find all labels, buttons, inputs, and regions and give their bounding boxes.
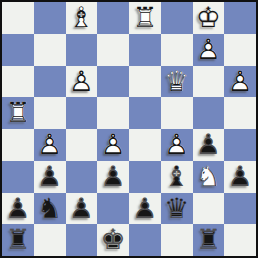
- square-g1[interactable]: ♜♖: [193, 224, 225, 256]
- white-pawn[interactable]: ♟♙: [161, 129, 193, 161]
- white-pawn-outline: ♙: [66, 66, 98, 98]
- black-pawn-outline: ♙: [66, 193, 98, 225]
- square-e3[interactable]: [129, 161, 161, 193]
- black-pawn-outline: ♙: [129, 193, 161, 225]
- square-c8[interactable]: ♝♗: [66, 2, 98, 34]
- black-king[interactable]: ♚♔: [97, 224, 129, 256]
- square-a8[interactable]: [2, 2, 34, 34]
- white-bishop-outline: ♗: [66, 2, 98, 34]
- square-f8[interactable]: [161, 2, 193, 34]
- square-b1[interactable]: [34, 224, 66, 256]
- square-h1[interactable]: [224, 224, 256, 256]
- square-c7[interactable]: [66, 34, 98, 66]
- square-f4[interactable]: ♟♙: [161, 129, 193, 161]
- square-h8[interactable]: [224, 2, 256, 34]
- white-knight[interactable]: ♞♘: [193, 161, 225, 193]
- square-a2[interactable]: ♟♙: [2, 193, 34, 225]
- white-pawn-outline: ♙: [34, 129, 66, 161]
- square-g7[interactable]: ♟♙: [193, 34, 225, 66]
- square-h6[interactable]: ♟♙: [224, 66, 256, 98]
- black-pawn[interactable]: ♟♙: [66, 193, 98, 225]
- square-a3[interactable]: [2, 161, 34, 193]
- square-b3[interactable]: ♟♙: [34, 161, 66, 193]
- black-bishop-outline: ♗: [161, 161, 193, 193]
- square-a7[interactable]: [2, 34, 34, 66]
- square-b8[interactable]: [34, 2, 66, 34]
- square-e7[interactable]: [129, 34, 161, 66]
- black-pawn-outline: ♙: [224, 161, 256, 193]
- white-pawn[interactable]: ♟♙: [66, 66, 98, 98]
- square-e4[interactable]: [129, 129, 161, 161]
- square-f5[interactable]: [161, 97, 193, 129]
- black-pawn[interactable]: ♟♙: [224, 161, 256, 193]
- black-pawn-outline: ♙: [34, 161, 66, 193]
- white-pawn-outline: ♙: [193, 34, 225, 66]
- square-h4[interactable]: [224, 129, 256, 161]
- square-c3[interactable]: [66, 161, 98, 193]
- square-f3[interactable]: ♝♗: [161, 161, 193, 193]
- square-g6[interactable]: [193, 66, 225, 98]
- square-h7[interactable]: [224, 34, 256, 66]
- white-king-outline: ♔: [193, 2, 225, 34]
- black-bishop[interactable]: ♝♗: [161, 161, 193, 193]
- square-b2[interactable]: ♞♘: [34, 193, 66, 225]
- square-a1[interactable]: ♜♖: [2, 224, 34, 256]
- square-c2[interactable]: ♟♙: [66, 193, 98, 225]
- square-e6[interactable]: [129, 66, 161, 98]
- square-b5[interactable]: [34, 97, 66, 129]
- square-h5[interactable]: [224, 97, 256, 129]
- white-rook[interactable]: ♜♖: [129, 2, 161, 34]
- square-d5[interactable]: [97, 97, 129, 129]
- square-d2[interactable]: [97, 193, 129, 225]
- black-rook-outline: ♖: [2, 224, 34, 256]
- square-c1[interactable]: [66, 224, 98, 256]
- white-rook-outline: ♖: [2, 97, 34, 129]
- white-pawn[interactable]: ♟♙: [34, 129, 66, 161]
- white-pawn-outline: ♙: [224, 66, 256, 98]
- white-knight-outline: ♘: [193, 161, 225, 193]
- black-rook-outline: ♖: [193, 224, 225, 256]
- black-pawn[interactable]: ♟♙: [34, 161, 66, 193]
- black-knight[interactable]: ♞♘: [34, 193, 66, 225]
- white-rook-outline: ♖: [129, 2, 161, 34]
- black-pawn-outline: ♙: [193, 129, 225, 161]
- square-e2[interactable]: ♟♙: [129, 193, 161, 225]
- square-d7[interactable]: [97, 34, 129, 66]
- square-g8[interactable]: ♚♔: [193, 2, 225, 34]
- white-pawn-outline: ♙: [97, 129, 129, 161]
- square-d6[interactable]: [97, 66, 129, 98]
- square-g4[interactable]: ♟♙: [193, 129, 225, 161]
- square-h2[interactable]: [224, 193, 256, 225]
- black-queen-outline: ♕: [161, 193, 193, 225]
- white-queen-outline: ♕: [161, 66, 193, 98]
- black-pawn[interactable]: ♟♙: [193, 129, 225, 161]
- square-c6[interactable]: ♟♙: [66, 66, 98, 98]
- square-e8[interactable]: ♜♖: [129, 2, 161, 34]
- square-f1[interactable]: [161, 224, 193, 256]
- black-pawn-outline: ♙: [97, 161, 129, 193]
- black-pawn[interactable]: ♟♙: [2, 193, 34, 225]
- white-queen[interactable]: ♛♕: [161, 66, 193, 98]
- square-e1[interactable]: [129, 224, 161, 256]
- square-f6[interactable]: ♛♕: [161, 66, 193, 98]
- white-bishop[interactable]: ♝♗: [66, 2, 98, 34]
- square-a4[interactable]: [2, 129, 34, 161]
- white-pawn-outline: ♙: [161, 129, 193, 161]
- square-f7[interactable]: [161, 34, 193, 66]
- black-pawn[interactable]: ♟♙: [129, 193, 161, 225]
- square-a5[interactable]: ♜♖: [2, 97, 34, 129]
- square-g5[interactable]: [193, 97, 225, 129]
- white-rook[interactable]: ♜♖: [2, 97, 34, 129]
- square-c5[interactable]: [66, 97, 98, 129]
- square-d3[interactable]: ♟♙: [97, 161, 129, 193]
- square-e5[interactable]: [129, 97, 161, 129]
- square-h3[interactable]: ♟♙: [224, 161, 256, 193]
- chess-board: ♝♗♜♖♚♔♟♙♟♙♛♕♟♙♜♖♟♙♟♙♟♙♟♙♟♙♟♙♝♗♞♘♟♙♟♙♞♘♟♙…: [0, 0, 258, 258]
- white-king[interactable]: ♚♔: [193, 2, 225, 34]
- square-b7[interactable]: [34, 34, 66, 66]
- black-rook[interactable]: ♜♖: [2, 224, 34, 256]
- square-a6[interactable]: [2, 66, 34, 98]
- white-pawn[interactable]: ♟♙: [224, 66, 256, 98]
- square-g2[interactable]: [193, 193, 225, 225]
- square-c4[interactable]: [66, 129, 98, 161]
- square-d4[interactable]: ♟♙: [97, 129, 129, 161]
- white-pawn[interactable]: ♟♙: [193, 34, 225, 66]
- square-d8[interactable]: [97, 2, 129, 34]
- black-knight-outline: ♘: [34, 193, 66, 225]
- square-d1[interactable]: ♚♔: [97, 224, 129, 256]
- black-king-outline: ♔: [97, 224, 129, 256]
- black-queen[interactable]: ♛♕: [161, 193, 193, 225]
- white-pawn[interactable]: ♟♙: [97, 129, 129, 161]
- square-f2[interactable]: ♛♕: [161, 193, 193, 225]
- square-b4[interactable]: ♟♙: [34, 129, 66, 161]
- square-b6[interactable]: [34, 66, 66, 98]
- black-pawn-outline: ♙: [2, 193, 34, 225]
- black-pawn[interactable]: ♟♙: [97, 161, 129, 193]
- black-rook[interactable]: ♜♖: [193, 224, 225, 256]
- square-g3[interactable]: ♞♘: [193, 161, 225, 193]
